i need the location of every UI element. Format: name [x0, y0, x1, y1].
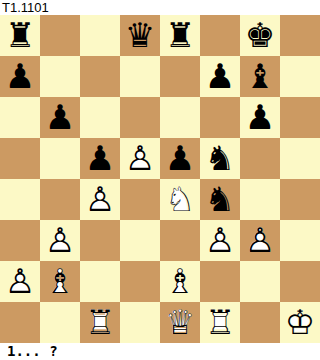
- white-queen-icon: ♕: [160, 302, 200, 343]
- square-f7[interactable]: ♟: [200, 56, 240, 97]
- square-h4[interactable]: [280, 179, 320, 220]
- square-f8[interactable]: [200, 15, 240, 56]
- black-knight-icon: ♞: [200, 138, 240, 179]
- square-g7[interactable]: ♝: [240, 56, 280, 97]
- square-g2[interactable]: [240, 261, 280, 302]
- black-pawn-icon: ♟: [240, 97, 280, 138]
- black-rook-icon: ♜: [160, 15, 200, 56]
- square-e7[interactable]: [160, 56, 200, 97]
- square-b8[interactable]: [40, 15, 80, 56]
- square-g3[interactable]: ♟♙: [240, 220, 280, 261]
- square-f3[interactable]: ♟♙: [200, 220, 240, 261]
- black-rook-icon: ♜: [0, 15, 40, 56]
- white-pawn-icon: ♙: [40, 220, 80, 261]
- square-g4[interactable]: [240, 179, 280, 220]
- white-rook-icon: ♖: [200, 302, 240, 343]
- square-f4[interactable]: ♞: [200, 179, 240, 220]
- white-knight-icon: ♘: [160, 179, 200, 220]
- square-h7[interactable]: [280, 56, 320, 97]
- square-b5[interactable]: [40, 138, 80, 179]
- black-pawn-icon: ♟: [80, 138, 120, 179]
- black-pawn-icon: ♟: [200, 56, 240, 97]
- square-d4[interactable]: [120, 179, 160, 220]
- square-e2[interactable]: ♝♗: [160, 261, 200, 302]
- white-king-icon: ♔: [280, 302, 320, 343]
- square-c5[interactable]: ♟: [80, 138, 120, 179]
- square-e8[interactable]: ♜: [160, 15, 200, 56]
- square-a2[interactable]: ♟♙: [0, 261, 40, 302]
- square-h2[interactable]: [280, 261, 320, 302]
- square-c1[interactable]: ♜♖: [80, 302, 120, 343]
- black-knight-icon: ♞: [200, 179, 240, 220]
- square-b6[interactable]: ♟: [40, 97, 80, 138]
- square-b3[interactable]: ♟♙: [40, 220, 80, 261]
- square-c8[interactable]: [80, 15, 120, 56]
- square-d1[interactable]: [120, 302, 160, 343]
- square-a8[interactable]: ♜: [0, 15, 40, 56]
- move-prompt: 1... ?: [0, 343, 320, 360]
- black-king-icon: ♚: [240, 15, 280, 56]
- square-c7[interactable]: [80, 56, 120, 97]
- square-b4[interactable]: [40, 179, 80, 220]
- square-c2[interactable]: [80, 261, 120, 302]
- square-g1[interactable]: [240, 302, 280, 343]
- black-pawn-icon: ♟: [40, 97, 80, 138]
- white-pawn-icon: ♙: [120, 138, 160, 179]
- square-d7[interactable]: [120, 56, 160, 97]
- square-b2[interactable]: ♝♗: [40, 261, 80, 302]
- square-a4[interactable]: [0, 179, 40, 220]
- square-g5[interactable]: [240, 138, 280, 179]
- white-bishop-icon: ♗: [40, 261, 80, 302]
- square-b7[interactable]: [40, 56, 80, 97]
- square-h5[interactable]: [280, 138, 320, 179]
- square-d6[interactable]: [120, 97, 160, 138]
- black-bishop-icon: ♝: [240, 56, 280, 97]
- square-e6[interactable]: [160, 97, 200, 138]
- square-a3[interactable]: [0, 220, 40, 261]
- square-c6[interactable]: [80, 97, 120, 138]
- square-a5[interactable]: [0, 138, 40, 179]
- square-h3[interactable]: [280, 220, 320, 261]
- white-bishop-icon: ♗: [160, 261, 200, 302]
- square-a7[interactable]: ♟: [0, 56, 40, 97]
- square-f6[interactable]: [200, 97, 240, 138]
- white-pawn-icon: ♙: [80, 179, 120, 220]
- white-pawn-icon: ♙: [240, 220, 280, 261]
- square-a6[interactable]: [0, 97, 40, 138]
- square-b1[interactable]: [40, 302, 80, 343]
- square-f1[interactable]: ♜♖: [200, 302, 240, 343]
- square-d2[interactable]: [120, 261, 160, 302]
- square-a1[interactable]: [0, 302, 40, 343]
- square-d5[interactable]: ♟♙: [120, 138, 160, 179]
- square-e1[interactable]: ♛♕: [160, 302, 200, 343]
- black-pawn-icon: ♟: [0, 56, 40, 97]
- chess-board: ♜♛♜♚♟♟♝♟♟♟♟♙♟♞♟♙♞♘♞♟♙♟♙♟♙♟♙♝♗♝♗♜♖♛♕♜♖♚♔: [0, 15, 320, 343]
- square-c4[interactable]: ♟♙: [80, 179, 120, 220]
- square-e5[interactable]: ♟: [160, 138, 200, 179]
- square-f5[interactable]: ♞: [200, 138, 240, 179]
- square-e3[interactable]: [160, 220, 200, 261]
- square-g6[interactable]: ♟: [240, 97, 280, 138]
- white-pawn-icon: ♙: [200, 220, 240, 261]
- black-pawn-icon: ♟: [160, 138, 200, 179]
- square-e4[interactable]: ♞♘: [160, 179, 200, 220]
- square-g8[interactable]: ♚: [240, 15, 280, 56]
- square-f2[interactable]: [200, 261, 240, 302]
- square-d3[interactable]: [120, 220, 160, 261]
- puzzle-title: T1.1101: [0, 0, 320, 15]
- white-rook-icon: ♖: [80, 302, 120, 343]
- square-d8[interactable]: ♛: [120, 15, 160, 56]
- square-h6[interactable]: [280, 97, 320, 138]
- black-queen-icon: ♛: [120, 15, 160, 56]
- square-c3[interactable]: [80, 220, 120, 261]
- white-pawn-icon: ♙: [0, 261, 40, 302]
- square-h8[interactable]: [280, 15, 320, 56]
- square-h1[interactable]: ♚♔: [280, 302, 320, 343]
